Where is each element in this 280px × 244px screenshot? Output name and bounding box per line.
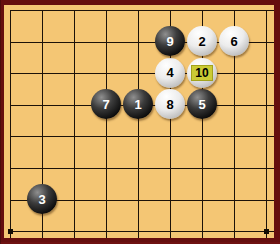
move-number-label: 5 [197,98,206,111]
move-number-label: 3 [37,193,46,206]
stone-white-G17[interactable]: 10 [187,58,217,88]
stone-white-F16[interactable]: 8 [155,89,185,119]
stone-black-D16[interactable]: 7 [91,89,121,119]
diagram-frame: 12345678910 [0,0,280,244]
move-number-label: 6 [229,35,238,48]
move-number-label: 9 [165,35,174,48]
stone-black-B13[interactable]: 3 [27,184,57,214]
stone-white-H18[interactable]: 6 [219,26,249,56]
move-number-label: 4 [165,66,174,79]
move-number-label: 8 [165,98,174,111]
stone-black-E16[interactable]: 1 [123,89,153,119]
go-board[interactable]: 12345678910 [4,5,274,238]
stone-white-G18[interactable]: 2 [187,26,217,56]
move-number-label: 2 [197,35,206,48]
stone-white-F17[interactable]: 4 [155,58,185,88]
stones-layer: 12345678910 [4,5,274,238]
stone-black-G16[interactable]: 5 [187,89,217,119]
move-number-label: 1 [133,98,142,111]
stone-black-F18[interactable]: 9 [155,26,185,56]
move-number-label: 7 [101,98,110,111]
move-number-label: 10 [192,66,211,80]
